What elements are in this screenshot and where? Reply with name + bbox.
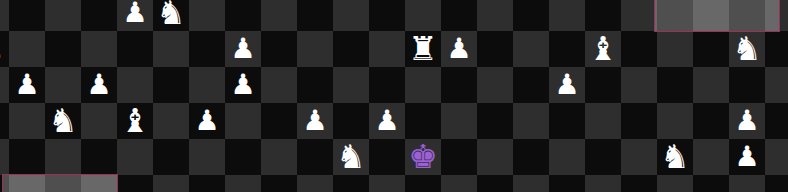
square[interactable] xyxy=(405,175,441,192)
square[interactable] xyxy=(333,175,369,192)
square[interactable]: ♟ xyxy=(441,31,477,67)
white-pawn[interactable]: ♟ xyxy=(374,103,399,139)
square[interactable]: ♟ xyxy=(729,103,765,139)
square[interactable] xyxy=(549,103,585,139)
square[interactable] xyxy=(81,31,117,67)
square[interactable] xyxy=(693,31,729,67)
white-pawn[interactable]: ♟ xyxy=(86,67,111,103)
square[interactable] xyxy=(117,139,153,175)
square[interactable] xyxy=(297,31,333,67)
square[interactable] xyxy=(549,175,585,192)
square[interactable] xyxy=(189,31,225,67)
square[interactable]: ♟ xyxy=(225,67,261,103)
square[interactable] xyxy=(189,67,225,103)
square[interactable] xyxy=(693,67,729,103)
square[interactable] xyxy=(9,175,45,192)
square[interactable] xyxy=(585,139,621,175)
white-pawn[interactable]: ♟ xyxy=(0,31,4,67)
square[interactable]: ♟ xyxy=(549,67,585,103)
square[interactable] xyxy=(117,31,153,67)
square[interactable]: ♞ xyxy=(153,0,189,31)
square[interactable] xyxy=(153,103,189,139)
square[interactable] xyxy=(0,175,9,192)
square[interactable] xyxy=(261,67,297,103)
white-pawn[interactable]: ♟ xyxy=(230,31,255,67)
square[interactable] xyxy=(477,67,513,103)
square[interactable] xyxy=(45,31,81,67)
square[interactable] xyxy=(45,139,81,175)
square[interactable] xyxy=(765,175,788,192)
square[interactable] xyxy=(657,67,693,103)
square[interactable] xyxy=(513,31,549,67)
white-pawn[interactable]: ♟ xyxy=(554,67,579,103)
board-viewport: ♜♟♞♟♟♜♟♝♞♟♟♟♟♞♝♟♟♟♟♞♚♞♟ xyxy=(0,0,788,192)
square[interactable] xyxy=(693,175,729,192)
square[interactable] xyxy=(369,31,405,67)
white-bishop[interactable]: ♝ xyxy=(120,103,150,139)
white-pawn[interactable]: ♟ xyxy=(194,103,219,139)
square[interactable] xyxy=(621,67,657,103)
square[interactable] xyxy=(513,67,549,103)
square[interactable] xyxy=(333,31,369,67)
square[interactable]: ♟ xyxy=(0,31,9,67)
square[interactable] xyxy=(369,0,405,31)
white-pawn[interactable]: ♟ xyxy=(446,31,471,67)
white-pawn[interactable]: ♟ xyxy=(14,67,39,103)
square[interactable] xyxy=(261,175,297,192)
square[interactable] xyxy=(225,0,261,31)
square[interactable] xyxy=(513,103,549,139)
square[interactable]: ♜ xyxy=(405,31,441,67)
square[interactable] xyxy=(405,103,441,139)
square[interactable] xyxy=(117,175,153,192)
square[interactable]: ♞ xyxy=(657,139,693,175)
white-pawn[interactable]: ♟ xyxy=(734,139,759,175)
square[interactable] xyxy=(657,0,693,31)
square[interactable] xyxy=(441,0,477,31)
square[interactable]: ♝ xyxy=(585,31,621,67)
square[interactable] xyxy=(441,67,477,103)
square[interactable] xyxy=(585,103,621,139)
square[interactable]: ♟ xyxy=(225,31,261,67)
white-pawn[interactable]: ♟ xyxy=(302,103,327,139)
square[interactable]: ♚ xyxy=(405,139,441,175)
square[interactable] xyxy=(45,175,81,192)
square[interactable] xyxy=(513,139,549,175)
white-knight[interactable]: ♞ xyxy=(660,139,690,175)
square[interactable] xyxy=(261,0,297,31)
square[interactable] xyxy=(261,103,297,139)
square[interactable] xyxy=(153,67,189,103)
square[interactable] xyxy=(117,67,153,103)
square[interactable] xyxy=(729,67,765,103)
square[interactable] xyxy=(549,0,585,31)
square[interactable] xyxy=(189,0,225,31)
square[interactable] xyxy=(549,31,585,67)
square[interactable] xyxy=(477,0,513,31)
square[interactable] xyxy=(297,139,333,175)
square[interactable] xyxy=(297,175,333,192)
white-knight[interactable]: ♞ xyxy=(48,103,78,139)
chess-board[interactable]: ♜♟♞♟♟♜♟♝♞♟♟♟♟♞♝♟♟♟♟♞♚♞♟ xyxy=(0,0,788,192)
square[interactable] xyxy=(297,67,333,103)
square[interactable] xyxy=(0,67,9,103)
square[interactable]: ♝ xyxy=(117,103,153,139)
square[interactable]: ♟ xyxy=(117,0,153,31)
square[interactable]: ♟ xyxy=(189,103,225,139)
square[interactable] xyxy=(9,103,45,139)
white-pawn[interactable]: ♟ xyxy=(230,67,255,103)
square[interactable]: ♞ xyxy=(729,31,765,67)
white-rook[interactable]: ♜ xyxy=(408,31,438,67)
white-knight[interactable]: ♞ xyxy=(156,0,186,31)
square[interactable] xyxy=(0,103,9,139)
square[interactable] xyxy=(621,31,657,67)
square[interactable] xyxy=(81,103,117,139)
square[interactable] xyxy=(225,175,261,192)
purple-king[interactable]: ♚ xyxy=(408,139,438,175)
square[interactable] xyxy=(333,67,369,103)
square[interactable] xyxy=(585,175,621,192)
square[interactable] xyxy=(657,103,693,139)
square[interactable] xyxy=(189,175,225,192)
square[interactable] xyxy=(765,139,788,175)
square[interactable]: ♞ xyxy=(333,139,369,175)
square[interactable] xyxy=(477,31,513,67)
square[interactable] xyxy=(261,31,297,67)
square[interactable] xyxy=(477,103,513,139)
white-pawn[interactable]: ♟ xyxy=(734,103,759,139)
square[interactable] xyxy=(621,0,657,31)
square[interactable] xyxy=(729,175,765,192)
square[interactable] xyxy=(333,103,369,139)
square[interactable]: ♟ xyxy=(297,103,333,139)
white-knight[interactable]: ♞ xyxy=(336,139,366,175)
square[interactable] xyxy=(621,175,657,192)
square[interactable] xyxy=(585,67,621,103)
square[interactable] xyxy=(441,103,477,139)
square[interactable] xyxy=(9,31,45,67)
square[interactable] xyxy=(765,31,788,67)
square[interactable] xyxy=(81,0,117,31)
square[interactable] xyxy=(81,139,117,175)
square[interactable] xyxy=(81,175,117,192)
white-bishop[interactable]: ♝ xyxy=(588,31,618,67)
square[interactable] xyxy=(693,103,729,139)
square[interactable] xyxy=(9,139,45,175)
square[interactable] xyxy=(153,31,189,67)
square[interactable] xyxy=(441,175,477,192)
square[interactable] xyxy=(369,139,405,175)
square[interactable] xyxy=(765,103,788,139)
square[interactable]: ♜ xyxy=(0,0,9,31)
square[interactable] xyxy=(693,139,729,175)
square[interactable] xyxy=(225,103,261,139)
square[interactable] xyxy=(513,175,549,192)
square[interactable] xyxy=(765,0,788,31)
square[interactable] xyxy=(621,103,657,139)
square[interactable] xyxy=(405,0,441,31)
square[interactable] xyxy=(765,67,788,103)
square[interactable]: ♞ xyxy=(45,103,81,139)
square[interactable] xyxy=(0,139,9,175)
square[interactable] xyxy=(45,67,81,103)
square[interactable] xyxy=(153,139,189,175)
square[interactable] xyxy=(225,139,261,175)
square[interactable] xyxy=(261,139,297,175)
square[interactable] xyxy=(369,175,405,192)
square[interactable] xyxy=(585,0,621,31)
square[interactable] xyxy=(9,0,45,31)
square[interactable]: ♟ xyxy=(9,67,45,103)
white-rook[interactable]: ♜ xyxy=(0,0,4,31)
square[interactable] xyxy=(405,67,441,103)
square[interactable] xyxy=(477,175,513,192)
square[interactable] xyxy=(333,0,369,31)
square[interactable] xyxy=(693,0,729,31)
square[interactable] xyxy=(729,0,765,31)
square[interactable]: ♟ xyxy=(369,103,405,139)
square[interactable] xyxy=(189,139,225,175)
square[interactable] xyxy=(45,0,81,31)
square[interactable] xyxy=(153,175,189,192)
white-knight[interactable]: ♞ xyxy=(732,31,762,67)
square[interactable] xyxy=(657,175,693,192)
square[interactable] xyxy=(477,139,513,175)
square[interactable] xyxy=(657,31,693,67)
square[interactable] xyxy=(549,139,585,175)
square[interactable] xyxy=(369,67,405,103)
square[interactable] xyxy=(513,0,549,31)
white-pawn[interactable]: ♟ xyxy=(122,0,147,31)
square[interactable] xyxy=(621,139,657,175)
square[interactable] xyxy=(441,139,477,175)
square[interactable]: ♟ xyxy=(81,67,117,103)
square[interactable]: ♟ xyxy=(729,139,765,175)
square[interactable] xyxy=(297,0,333,31)
